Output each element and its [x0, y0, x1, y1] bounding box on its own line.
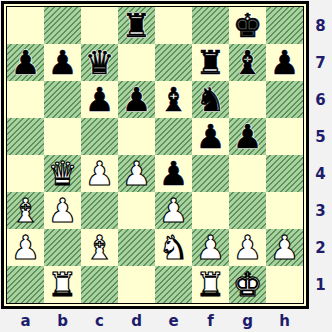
square-d2[interactable] — [118, 229, 155, 266]
square-g1[interactable]: ♚ — [229, 266, 266, 303]
white-pawn-icon[interactable]: ♟ — [159, 192, 189, 229]
black-pawn-icon[interactable]: ♟ — [11, 44, 41, 81]
white-knight-icon[interactable]: ♞ — [159, 229, 189, 266]
white-rook-icon[interactable]: ♜ — [48, 266, 78, 303]
rank-label-5: 5 — [309, 118, 332, 155]
square-a7[interactable]: ♟ — [7, 44, 44, 81]
white-rook-icon[interactable]: ♜ — [196, 266, 226, 303]
square-f8[interactable] — [192, 7, 229, 44]
square-d3[interactable] — [118, 192, 155, 229]
square-c6[interactable]: ♟ — [81, 81, 118, 118]
white-pawn-icon[interactable]: ♟ — [11, 229, 41, 266]
square-f2[interactable]: ♟ — [192, 229, 229, 266]
file-label-a: a — [7, 309, 44, 332]
square-g5[interactable]: ♟ — [229, 118, 266, 155]
square-g6[interactable] — [229, 81, 266, 118]
square-a5[interactable] — [7, 118, 44, 155]
square-a8[interactable] — [7, 7, 44, 44]
square-h2[interactable]: ♟ — [266, 229, 303, 266]
black-pawn-icon[interactable]: ♟ — [85, 81, 115, 118]
square-a6[interactable] — [7, 81, 44, 118]
square-a4[interactable] — [7, 155, 44, 192]
black-pawn-icon[interactable]: ♟ — [270, 44, 300, 81]
square-e1[interactable] — [155, 266, 192, 303]
square-b3[interactable]: ♟ — [44, 192, 81, 229]
file-label-g: g — [229, 309, 266, 332]
square-e5[interactable] — [155, 118, 192, 155]
black-pawn-icon[interactable]: ♟ — [159, 155, 189, 192]
white-bishop-icon[interactable]: ♝ — [85, 229, 115, 266]
square-c2[interactable]: ♝ — [81, 229, 118, 266]
black-pawn-icon[interactable]: ♟ — [196, 118, 226, 155]
square-d4[interactable]: ♟ — [118, 155, 155, 192]
black-knight-icon[interactable]: ♞ — [196, 81, 226, 118]
file-label-c: c — [81, 309, 118, 332]
square-c3[interactable] — [81, 192, 118, 229]
square-f5[interactable]: ♟ — [192, 118, 229, 155]
black-bishop-icon[interactable]: ♝ — [233, 44, 263, 81]
file-label-e: e — [155, 309, 192, 332]
square-a1[interactable] — [7, 266, 44, 303]
black-bishop-icon[interactable]: ♝ — [159, 81, 189, 118]
square-e7[interactable] — [155, 44, 192, 81]
file-labels: abcdefgh — [7, 309, 303, 332]
square-e8[interactable] — [155, 7, 192, 44]
square-h5[interactable] — [266, 118, 303, 155]
square-g4[interactable] — [229, 155, 266, 192]
square-a3[interactable]: ♝ — [7, 192, 44, 229]
rank-label-2: 2 — [309, 229, 332, 266]
square-h4[interactable] — [266, 155, 303, 192]
chess-board-frame: ♜♚♟♟♛♜♝♟♟♟♝♞♟♟♛♟♟♟♝♟♟♟♝♞♟♟♟♜♜♚ — [1, 1, 309, 309]
white-pawn-icon[interactable]: ♟ — [233, 229, 263, 266]
square-b7[interactable]: ♟ — [44, 44, 81, 81]
square-h1[interactable] — [266, 266, 303, 303]
square-h6[interactable] — [266, 81, 303, 118]
square-b4[interactable]: ♛ — [44, 155, 81, 192]
square-f3[interactable] — [192, 192, 229, 229]
square-f7[interactable]: ♜ — [192, 44, 229, 81]
black-king-icon[interactable]: ♚ — [233, 7, 263, 44]
white-king-icon[interactable]: ♚ — [233, 266, 263, 303]
white-bishop-icon[interactable]: ♝ — [11, 192, 41, 229]
square-d5[interactable] — [118, 118, 155, 155]
square-b2[interactable] — [44, 229, 81, 266]
square-a2[interactable]: ♟ — [7, 229, 44, 266]
square-e6[interactable]: ♝ — [155, 81, 192, 118]
white-pawn-icon[interactable]: ♟ — [48, 192, 78, 229]
square-d6[interactable]: ♟ — [118, 81, 155, 118]
square-g8[interactable]: ♚ — [229, 7, 266, 44]
rank-label-7: 7 — [309, 44, 332, 81]
black-rook-icon[interactable]: ♜ — [196, 44, 226, 81]
square-f6[interactable]: ♞ — [192, 81, 229, 118]
square-f1[interactable]: ♜ — [192, 266, 229, 303]
white-queen-icon[interactable]: ♛ — [48, 155, 78, 192]
square-c5[interactable] — [81, 118, 118, 155]
square-e2[interactable]: ♞ — [155, 229, 192, 266]
square-c4[interactable]: ♟ — [81, 155, 118, 192]
rank-label-1: 1 — [309, 266, 332, 303]
white-pawn-icon[interactable]: ♟ — [196, 229, 226, 266]
square-h3[interactable] — [266, 192, 303, 229]
square-g2[interactable]: ♟ — [229, 229, 266, 266]
square-e3[interactable]: ♟ — [155, 192, 192, 229]
square-e4[interactable]: ♟ — [155, 155, 192, 192]
square-h7[interactable]: ♟ — [266, 44, 303, 81]
square-d1[interactable] — [118, 266, 155, 303]
square-b5[interactable] — [44, 118, 81, 155]
square-h8[interactable] — [266, 7, 303, 44]
black-pawn-icon[interactable]: ♟ — [233, 118, 263, 155]
file-label-f: f — [192, 309, 229, 332]
black-queen-icon[interactable]: ♛ — [85, 44, 115, 81]
square-d8[interactable]: ♜ — [118, 7, 155, 44]
black-rook-icon[interactable]: ♜ — [122, 7, 152, 44]
white-pawn-icon[interactable]: ♟ — [270, 229, 300, 266]
rank-label-8: 8 — [309, 7, 332, 44]
square-c1[interactable] — [81, 266, 118, 303]
square-b8[interactable] — [44, 7, 81, 44]
rank-label-3: 3 — [309, 192, 332, 229]
square-g7[interactable]: ♝ — [229, 44, 266, 81]
rank-labels: 87654321 — [309, 7, 332, 303]
square-g3[interactable] — [229, 192, 266, 229]
rank-label-4: 4 — [309, 155, 332, 192]
white-pawn-icon[interactable]: ♟ — [122, 155, 152, 192]
file-label-b: b — [44, 309, 81, 332]
file-label-d: d — [118, 309, 155, 332]
square-b6[interactable] — [44, 81, 81, 118]
square-b1[interactable]: ♜ — [44, 266, 81, 303]
square-c7[interactable]: ♛ — [81, 44, 118, 81]
black-pawn-icon[interactable]: ♟ — [122, 81, 152, 118]
rank-label-6: 6 — [309, 81, 332, 118]
black-pawn-icon[interactable]: ♟ — [48, 44, 78, 81]
square-d7[interactable] — [118, 44, 155, 81]
square-f4[interactable] — [192, 155, 229, 192]
file-label-h: h — [266, 309, 303, 332]
white-pawn-icon[interactable]: ♟ — [85, 155, 115, 192]
square-c8[interactable] — [81, 7, 118, 44]
chess-board: ♜♚♟♟♛♜♝♟♟♟♝♞♟♟♛♟♟♟♝♟♟♟♝♞♟♟♟♜♜♚ — [6, 6, 304, 304]
